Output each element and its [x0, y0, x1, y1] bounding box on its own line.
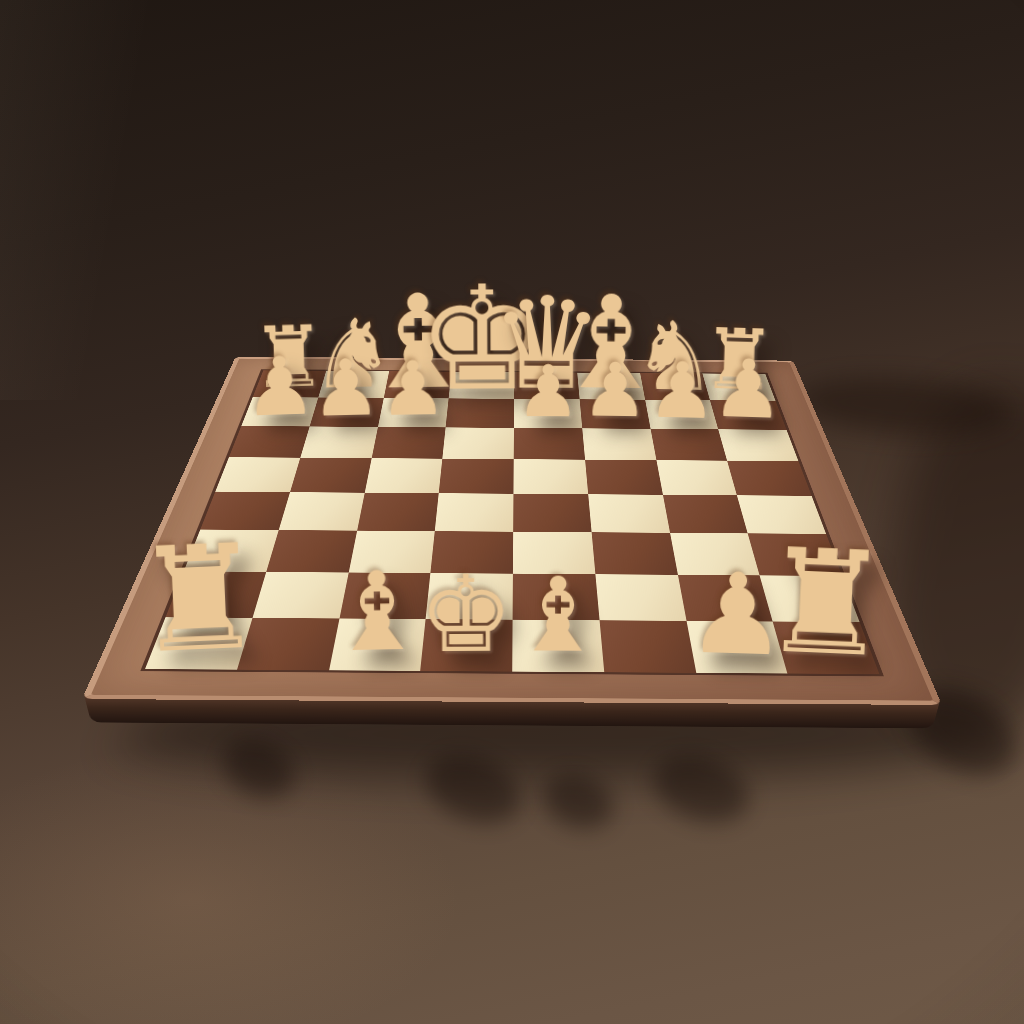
piece-pawn[interactable]: ♟ — [242, 346, 317, 429]
square-r3c0[interactable] — [215, 457, 300, 492]
square-r3c3[interactable] — [439, 459, 514, 494]
piece-king[interactable]: ♚ — [419, 561, 515, 668]
square-r3c6[interactable] — [656, 460, 737, 495]
square-r3c2[interactable] — [364, 458, 442, 493]
piece-bishop[interactable]: ♝ — [512, 565, 605, 668]
square-r7c5[interactable] — [599, 620, 695, 672]
piece-pawn[interactable]: ♟ — [379, 352, 447, 428]
piece-rook[interactable]: ♜ — [131, 524, 267, 674]
square-r3c1[interactable] — [290, 458, 371, 493]
square-r4c6[interactable] — [663, 495, 748, 533]
wall-corner-highlight — [0, 0, 150, 400]
square-r3c5[interactable] — [585, 460, 663, 495]
square-r6c5[interactable] — [595, 574, 686, 621]
piece-pawn[interactable]: ♟ — [646, 352, 717, 431]
piece-rook[interactable]: ♜ — [759, 529, 894, 678]
square-r3c7[interactable] — [727, 461, 811, 496]
square-r4c3[interactable] — [435, 493, 513, 531]
board-front-edge — [84, 695, 940, 729]
square-r2c3[interactable] — [442, 427, 513, 459]
piece-pawn[interactable]: ♟ — [311, 349, 382, 428]
piece-pawn[interactable]: ♟ — [581, 354, 649, 429]
square-r4c1[interactable] — [279, 492, 365, 530]
piece-pawn[interactable]: ♟ — [516, 356, 580, 428]
piece-bishop[interactable]: ♝ — [327, 558, 427, 669]
square-r4c4[interactable] — [513, 494, 591, 532]
square-r4c5[interactable] — [588, 494, 670, 532]
piece-pawn[interactable]: ♟ — [711, 349, 785, 431]
square-r4c2[interactable] — [357, 493, 439, 531]
chess-scene: ♜♞♝♚♛♝♞♜♟♟♟♟♟♟♟♜♝♚♝♟♜ — [0, 0, 1024, 1024]
square-r3c4[interactable] — [513, 459, 588, 494]
